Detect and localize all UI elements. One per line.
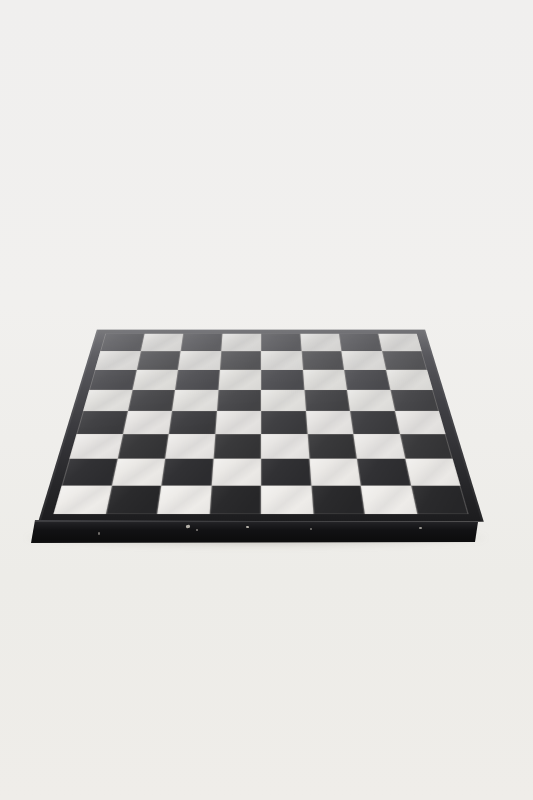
square-f8[interactable] xyxy=(300,334,341,351)
square-c4[interactable] xyxy=(169,411,217,434)
square-g6[interactable] xyxy=(344,370,390,390)
square-h6[interactable] xyxy=(386,370,433,390)
square-c1[interactable] xyxy=(157,485,211,514)
square-b1[interactable] xyxy=(105,485,161,514)
square-g8[interactable] xyxy=(339,334,382,351)
edge-scuff xyxy=(310,528,312,530)
edge-scuff xyxy=(98,532,100,535)
square-b4[interactable] xyxy=(123,411,172,434)
square-g7[interactable] xyxy=(341,351,385,370)
square-a6[interactable] xyxy=(89,370,136,390)
square-h4[interactable] xyxy=(395,411,446,434)
square-a7[interactable] xyxy=(95,351,141,370)
square-h2[interactable] xyxy=(405,459,461,486)
square-d8[interactable] xyxy=(221,334,261,351)
square-h1[interactable] xyxy=(411,485,469,514)
square-g5[interactable] xyxy=(347,390,395,411)
square-a8[interactable] xyxy=(100,334,144,351)
square-c5[interactable] xyxy=(172,390,218,411)
edge-scuff xyxy=(419,527,422,529)
square-h3[interactable] xyxy=(399,434,452,459)
square-g2[interactable] xyxy=(357,459,411,486)
square-c6[interactable] xyxy=(175,370,219,390)
square-f2[interactable] xyxy=(309,459,361,486)
square-b7[interactable] xyxy=(136,351,180,370)
square-g1[interactable] xyxy=(361,485,417,514)
square-d3[interactable] xyxy=(213,434,261,459)
square-e2[interactable] xyxy=(261,459,311,486)
square-f5[interactable] xyxy=(304,390,350,411)
square-e1[interactable] xyxy=(261,485,313,514)
square-e7[interactable] xyxy=(261,351,303,370)
square-e4[interactable] xyxy=(261,411,307,434)
chess-board xyxy=(38,329,484,521)
square-b3[interactable] xyxy=(117,434,168,459)
square-f3[interactable] xyxy=(307,434,357,459)
square-g4[interactable] xyxy=(350,411,399,434)
square-d7[interactable] xyxy=(219,351,261,370)
square-f4[interactable] xyxy=(306,411,354,434)
studio-backdrop xyxy=(0,0,533,800)
square-d2[interactable] xyxy=(211,459,261,486)
edge-scuff xyxy=(186,525,191,529)
board-grid xyxy=(53,334,468,515)
board-front-edge xyxy=(28,518,484,545)
square-b6[interactable] xyxy=(132,370,178,390)
square-g3[interactable] xyxy=(353,434,404,459)
square-e5[interactable] xyxy=(261,390,306,411)
square-c8[interactable] xyxy=(181,334,222,351)
edge-scuff xyxy=(196,529,198,531)
square-a5[interactable] xyxy=(83,390,132,411)
square-e8[interactable] xyxy=(261,334,301,351)
square-e3[interactable] xyxy=(261,434,309,459)
square-f6[interactable] xyxy=(303,370,347,390)
square-d4[interactable] xyxy=(215,411,261,434)
edge-scuff xyxy=(246,526,249,528)
square-f1[interactable] xyxy=(311,485,365,514)
square-h8[interactable] xyxy=(378,334,422,351)
square-c2[interactable] xyxy=(161,459,213,486)
square-d5[interactable] xyxy=(217,390,262,411)
square-a1[interactable] xyxy=(53,485,111,514)
square-b5[interactable] xyxy=(128,390,176,411)
square-d6[interactable] xyxy=(218,370,261,390)
square-h5[interactable] xyxy=(390,390,439,411)
square-d1[interactable] xyxy=(209,485,261,514)
square-h7[interactable] xyxy=(382,351,428,370)
square-a2[interactable] xyxy=(62,459,118,486)
board-frame xyxy=(38,329,484,521)
square-c7[interactable] xyxy=(178,351,221,370)
square-f7[interactable] xyxy=(301,351,344,370)
square-b8[interactable] xyxy=(140,334,183,351)
square-c3[interactable] xyxy=(165,434,215,459)
square-b2[interactable] xyxy=(111,459,165,486)
square-a3[interactable] xyxy=(69,434,122,459)
square-e6[interactable] xyxy=(261,370,304,390)
square-a4[interactable] xyxy=(76,411,127,434)
